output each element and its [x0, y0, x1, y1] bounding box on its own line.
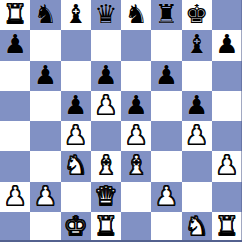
- square-c5[interactable]: ♟: [61, 91, 91, 121]
- square-d8[interactable]: ♛: [91, 0, 121, 30]
- square-a7[interactable]: ♟: [0, 30, 30, 60]
- square-e7[interactable]: [121, 30, 151, 60]
- piece-black-bishop[interactable]: ♝: [185, 31, 208, 57]
- square-b8[interactable]: ♞: [30, 0, 60, 30]
- piece-black-pawn[interactable]: ♟: [94, 62, 117, 88]
- square-d5[interactable]: ♟: [91, 91, 121, 121]
- square-b5[interactable]: [30, 91, 60, 121]
- piece-white-rook[interactable]: ♜: [94, 213, 117, 239]
- piece-black-pawn[interactable]: ♟: [185, 92, 208, 118]
- square-d7[interactable]: [91, 30, 121, 60]
- square-c2[interactable]: [61, 182, 91, 212]
- square-a3[interactable]: [0, 151, 30, 181]
- square-e6[interactable]: [121, 61, 151, 91]
- piece-white-pawn[interactable]: ♟: [64, 122, 87, 148]
- piece-white-king[interactable]: ♚: [64, 213, 87, 239]
- square-a4[interactable]: [0, 121, 30, 151]
- square-f4[interactable]: [151, 121, 181, 151]
- square-e4[interactable]: ♟: [121, 121, 151, 151]
- piece-white-bishop[interactable]: ♝: [124, 152, 147, 178]
- square-b3[interactable]: [30, 151, 60, 181]
- piece-white-queen[interactable]: ♛: [94, 183, 117, 209]
- square-c3[interactable]: ♞: [61, 151, 91, 181]
- chess-board-grid: ♜♞♝♛♞♜♚♟♝♟♟♟♟♟♟♟♟♟♟♟♞♝♝♟♟♟♛♟♚♜♞♜: [0, 0, 242, 242]
- square-f7[interactable]: [151, 30, 181, 60]
- piece-white-pawn[interactable]: ♟: [215, 152, 238, 178]
- square-h4[interactable]: [212, 121, 242, 151]
- square-e2[interactable]: [121, 182, 151, 212]
- piece-black-pawn[interactable]: ♟: [64, 92, 87, 118]
- piece-white-pawn[interactable]: ♟: [3, 183, 26, 209]
- square-a1[interactable]: [0, 212, 30, 242]
- square-f3[interactable]: [151, 151, 181, 181]
- square-d3[interactable]: ♝: [91, 151, 121, 181]
- piece-white-pawn[interactable]: ♟: [124, 122, 147, 148]
- square-a2[interactable]: ♟: [0, 182, 30, 212]
- piece-white-knight[interactable]: ♞: [185, 213, 208, 239]
- square-c7[interactable]: [61, 30, 91, 60]
- square-h3[interactable]: ♟: [212, 151, 242, 181]
- piece-black-queen[interactable]: ♛: [94, 1, 117, 27]
- piece-black-pawn[interactable]: ♟: [215, 31, 238, 57]
- square-e5[interactable]: ♟: [121, 91, 151, 121]
- square-c4[interactable]: ♟: [61, 121, 91, 151]
- piece-white-pawn[interactable]: ♟: [94, 92, 117, 118]
- square-g8[interactable]: ♚: [182, 0, 212, 30]
- piece-black-rook[interactable]: ♜: [155, 1, 178, 27]
- square-a6[interactable]: [0, 61, 30, 91]
- square-e1[interactable]: [121, 212, 151, 242]
- square-b2[interactable]: ♟: [30, 182, 60, 212]
- square-h7[interactable]: ♟: [212, 30, 242, 60]
- square-d1[interactable]: ♜: [91, 212, 121, 242]
- piece-white-rook[interactable]: ♜: [3, 1, 26, 27]
- square-b7[interactable]: [30, 30, 60, 60]
- square-b6[interactable]: ♟: [30, 61, 60, 91]
- piece-black-king[interactable]: ♚: [185, 1, 208, 27]
- piece-black-pawn[interactable]: ♟: [155, 62, 178, 88]
- square-c8[interactable]: ♝: [61, 0, 91, 30]
- square-a8[interactable]: ♜: [0, 0, 30, 30]
- chess-board: ♜♞♝♛♞♜♚♟♝♟♟♟♟♟♟♟♟♟♟♟♞♝♝♟♟♟♛♟♚♜♞♜: [0, 0, 242, 242]
- square-e3[interactable]: ♝: [121, 151, 151, 181]
- square-a5[interactable]: [0, 91, 30, 121]
- square-h1[interactable]: ♜: [212, 212, 242, 242]
- square-g5[interactable]: ♟: [182, 91, 212, 121]
- square-h8[interactable]: [212, 0, 242, 30]
- square-d6[interactable]: ♟: [91, 61, 121, 91]
- square-g7[interactable]: ♝: [182, 30, 212, 60]
- square-f5[interactable]: [151, 91, 181, 121]
- square-f1[interactable]: [151, 212, 181, 242]
- piece-black-pawn[interactable]: ♟: [3, 31, 26, 57]
- square-f2[interactable]: ♟: [151, 182, 181, 212]
- square-e8[interactable]: ♞: [121, 0, 151, 30]
- square-h2[interactable]: [212, 182, 242, 212]
- square-g1[interactable]: ♞: [182, 212, 212, 242]
- piece-white-pawn[interactable]: ♟: [155, 183, 178, 209]
- piece-white-rook[interactable]: ♜: [215, 213, 238, 239]
- square-d4[interactable]: [91, 121, 121, 151]
- piece-black-pawn[interactable]: ♟: [124, 92, 147, 118]
- square-c1[interactable]: ♚: [61, 212, 91, 242]
- square-c6[interactable]: [61, 61, 91, 91]
- piece-white-knight[interactable]: ♞: [64, 152, 87, 178]
- square-f8[interactable]: ♜: [151, 0, 181, 30]
- square-b1[interactable]: [30, 212, 60, 242]
- square-g4[interactable]: ♟: [182, 121, 212, 151]
- square-d2[interactable]: ♛: [91, 182, 121, 212]
- piece-white-pawn[interactable]: ♟: [34, 183, 57, 209]
- square-b4[interactable]: [30, 121, 60, 151]
- square-g6[interactable]: [182, 61, 212, 91]
- piece-black-knight[interactable]: ♞: [124, 1, 147, 27]
- square-g3[interactable]: [182, 151, 212, 181]
- square-h5[interactable]: [212, 91, 242, 121]
- piece-white-bishop[interactable]: ♝: [94, 152, 117, 178]
- square-g2[interactable]: [182, 182, 212, 212]
- square-f6[interactable]: ♟: [151, 61, 181, 91]
- piece-black-bishop[interactable]: ♝: [64, 1, 87, 27]
- square-h6[interactable]: [212, 61, 242, 91]
- piece-white-pawn[interactable]: ♟: [185, 122, 208, 148]
- piece-black-knight[interactable]: ♞: [34, 1, 57, 27]
- piece-black-pawn[interactable]: ♟: [34, 62, 57, 88]
